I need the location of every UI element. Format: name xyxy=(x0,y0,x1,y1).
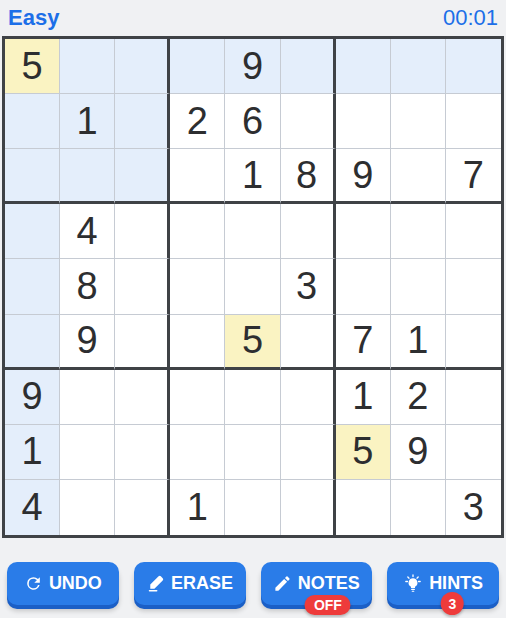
erase-button[interactable]: ERASE xyxy=(134,562,246,605)
cell-r1c9[interactable] xyxy=(446,39,501,94)
cell-r1c5[interactable]: 9 xyxy=(225,39,280,94)
notes-button[interactable]: NOTES OFF xyxy=(261,562,373,605)
cell-r3c4[interactable] xyxy=(170,149,225,204)
cell-r5c5[interactable] xyxy=(225,259,280,314)
cell-r4c6[interactable] xyxy=(281,204,336,259)
notes-off-badge: OFF xyxy=(305,595,351,615)
cell-r4c1[interactable] xyxy=(5,204,60,259)
undo-label: UNDO xyxy=(49,573,102,594)
cell-r6c8[interactable]: 1 xyxy=(391,315,446,370)
cell-r1c4[interactable] xyxy=(170,39,225,94)
cell-r8c2[interactable] xyxy=(60,425,115,480)
cell-r8c1[interactable]: 1 xyxy=(5,425,60,480)
cell-r6c7[interactable]: 7 xyxy=(336,315,391,370)
cell-r1c2[interactable] xyxy=(60,39,115,94)
cell-r6c2[interactable]: 9 xyxy=(60,315,115,370)
cell-r7c5[interactable] xyxy=(225,370,280,425)
cell-r3c7[interactable]: 9 xyxy=(336,149,391,204)
cell-r4c7[interactable] xyxy=(336,204,391,259)
cell-r9c5[interactable] xyxy=(225,480,280,535)
cell-r3c2[interactable] xyxy=(60,149,115,204)
cell-r2c7[interactable] xyxy=(336,94,391,149)
cell-r2c5[interactable]: 6 xyxy=(225,94,280,149)
difficulty-label[interactable]: Easy xyxy=(8,5,59,31)
toolbar: UNDO ERASE NOTES OFF HINTS 3 xyxy=(0,562,506,605)
cell-r6c3[interactable] xyxy=(115,315,170,370)
cell-r9c2[interactable] xyxy=(60,480,115,535)
cell-r1c8[interactable] xyxy=(391,39,446,94)
cell-r2c4[interactable]: 2 xyxy=(170,94,225,149)
cell-r9c6[interactable] xyxy=(281,480,336,535)
notes-label: NOTES xyxy=(298,573,360,594)
cell-r6c6[interactable] xyxy=(281,315,336,370)
cell-r1c7[interactable] xyxy=(336,39,391,94)
cell-r3c9[interactable]: 7 xyxy=(446,149,501,204)
undo-button[interactable]: UNDO xyxy=(7,562,119,605)
cell-r7c6[interactable] xyxy=(281,370,336,425)
cell-r2c8[interactable] xyxy=(391,94,446,149)
cell-r3c8[interactable] xyxy=(391,149,446,204)
eraser-icon xyxy=(146,574,165,593)
cell-r8c4[interactable] xyxy=(170,425,225,480)
cell-r5c6[interactable]: 3 xyxy=(281,259,336,314)
cell-r5c8[interactable] xyxy=(391,259,446,314)
cell-r5c7[interactable] xyxy=(336,259,391,314)
cell-r8c7[interactable]: 5 xyxy=(336,425,391,480)
cell-r2c3[interactable] xyxy=(115,94,170,149)
erase-label: ERASE xyxy=(171,573,233,594)
cell-r8c9[interactable] xyxy=(446,425,501,480)
cell-r5c2[interactable]: 8 xyxy=(60,259,115,314)
cell-r5c4[interactable] xyxy=(170,259,225,314)
cell-r8c8[interactable]: 9 xyxy=(391,425,446,480)
cell-r6c5[interactable]: 5 xyxy=(225,315,280,370)
cell-r2c2[interactable]: 1 xyxy=(60,94,115,149)
cell-r3c6[interactable]: 8 xyxy=(281,149,336,204)
cell-r4c5[interactable] xyxy=(225,204,280,259)
cell-r4c3[interactable] xyxy=(115,204,170,259)
hints-count-badge: 3 xyxy=(441,592,464,615)
cell-r1c3[interactable] xyxy=(115,39,170,94)
cell-r1c6[interactable] xyxy=(281,39,336,94)
cell-r2c6[interactable] xyxy=(281,94,336,149)
hints-label: HINTS xyxy=(429,573,483,594)
cell-r5c1[interactable] xyxy=(5,259,60,314)
cell-r4c9[interactable] xyxy=(446,204,501,259)
cell-r5c3[interactable] xyxy=(115,259,170,314)
cell-r8c6[interactable] xyxy=(281,425,336,480)
cell-r4c2[interactable]: 4 xyxy=(60,204,115,259)
pencil-icon xyxy=(273,574,292,593)
cell-r7c9[interactable] xyxy=(446,370,501,425)
timer: 00:01 xyxy=(443,5,498,31)
cell-r5c9[interactable] xyxy=(446,259,501,314)
cell-r9c8[interactable] xyxy=(391,480,446,535)
cell-r9c9[interactable]: 3 xyxy=(446,480,501,535)
cell-r3c3[interactable] xyxy=(115,149,170,204)
cell-r6c1[interactable] xyxy=(5,315,60,370)
hints-button[interactable]: HINTS 3 xyxy=(387,562,499,605)
cell-r7c8[interactable]: 2 xyxy=(391,370,446,425)
cell-r7c2[interactable] xyxy=(60,370,115,425)
cell-r7c4[interactable] xyxy=(170,370,225,425)
cell-r2c9[interactable] xyxy=(446,94,501,149)
cell-r4c4[interactable] xyxy=(170,204,225,259)
cell-r7c3[interactable] xyxy=(115,370,170,425)
sudoku-board: 5912618974839571912159413 xyxy=(2,36,504,538)
cell-r6c4[interactable] xyxy=(170,315,225,370)
cell-r2c1[interactable] xyxy=(5,94,60,149)
cell-r4c8[interactable] xyxy=(391,204,446,259)
cell-r8c5[interactable] xyxy=(225,425,280,480)
cell-r9c1[interactable]: 4 xyxy=(5,480,60,535)
cell-r7c1[interactable]: 9 xyxy=(5,370,60,425)
cell-r9c4[interactable]: 1 xyxy=(170,480,225,535)
cell-r1c1[interactable]: 5 xyxy=(5,39,60,94)
cell-r9c7[interactable] xyxy=(336,480,391,535)
header: Easy 00:01 xyxy=(0,0,506,36)
cell-r6c9[interactable] xyxy=(446,315,501,370)
lightbulb-icon xyxy=(403,574,423,594)
undo-icon xyxy=(24,574,43,593)
cell-r3c1[interactable] xyxy=(5,149,60,204)
cell-r3c5[interactable]: 1 xyxy=(225,149,280,204)
cell-r7c7[interactable]: 1 xyxy=(336,370,391,425)
cell-r8c3[interactable] xyxy=(115,425,170,480)
cell-r9c3[interactable] xyxy=(115,480,170,535)
